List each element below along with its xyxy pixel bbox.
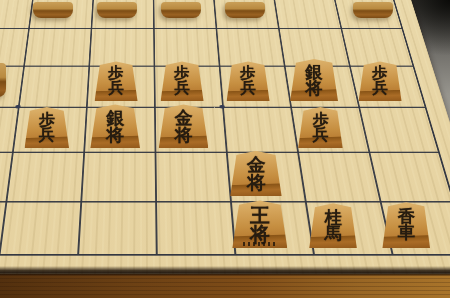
pawn-1f: 歩兵 bbox=[359, 61, 402, 101]
lance-1i: 香車 bbox=[382, 202, 430, 248]
king-3i: 王将 bbox=[232, 200, 287, 248]
shogi-board-photo: 歩兵歩兵歩兵銀将歩兵歩兵銀将金将歩兵金将王将桂馬香車 bbox=[0, 0, 450, 298]
knight-2i: 桂馬 bbox=[309, 203, 357, 248]
piece-kanji: 歩兵 bbox=[161, 66, 204, 95]
pawn-5f: 歩兵 bbox=[95, 61, 138, 101]
pawn-3f: 歩兵 bbox=[227, 61, 270, 101]
cropped-piece-7f bbox=[0, 63, 6, 97]
pawn-2g: 歩兵 bbox=[298, 107, 342, 148]
piece-kanji: 王将 bbox=[232, 206, 287, 244]
silver-2f: 銀将 bbox=[290, 59, 338, 101]
pawn-4f: 歩兵 bbox=[161, 61, 204, 101]
piece-kanji: 歩兵 bbox=[25, 112, 69, 142]
gold-3h: 金将 bbox=[230, 151, 281, 196]
piece-kanji: 香車 bbox=[382, 208, 430, 241]
piece-kanji: 金将 bbox=[159, 110, 209, 144]
gold-4g: 金将 bbox=[159, 104, 209, 148]
pawn-6g: 歩兵 bbox=[25, 107, 69, 148]
piece-kanji: 銀将 bbox=[290, 64, 338, 97]
cropped-piece-4d bbox=[161, 2, 201, 18]
cropped-piece-5d bbox=[97, 2, 137, 18]
piece-kanji: 金将 bbox=[230, 156, 281, 191]
cropped-piece-6d bbox=[33, 2, 73, 18]
cropped-piece-1d bbox=[353, 2, 393, 18]
piece-kanji: 桂馬 bbox=[309, 209, 357, 242]
maker-signature bbox=[243, 242, 276, 246]
piece-kanji: 歩兵 bbox=[298, 112, 342, 142]
cropped-piece-3d bbox=[225, 2, 265, 18]
pieces-layer: 歩兵歩兵歩兵銀将歩兵歩兵銀将金将歩兵金将王将桂馬香車 bbox=[0, 0, 450, 298]
piece-kanji: 歩兵 bbox=[95, 66, 138, 95]
piece-kanji: 歩兵 bbox=[227, 66, 270, 95]
silver-5g: 銀将 bbox=[90, 104, 140, 148]
piece-kanji: 歩兵 bbox=[359, 66, 402, 95]
piece-kanji: 銀将 bbox=[90, 110, 140, 144]
